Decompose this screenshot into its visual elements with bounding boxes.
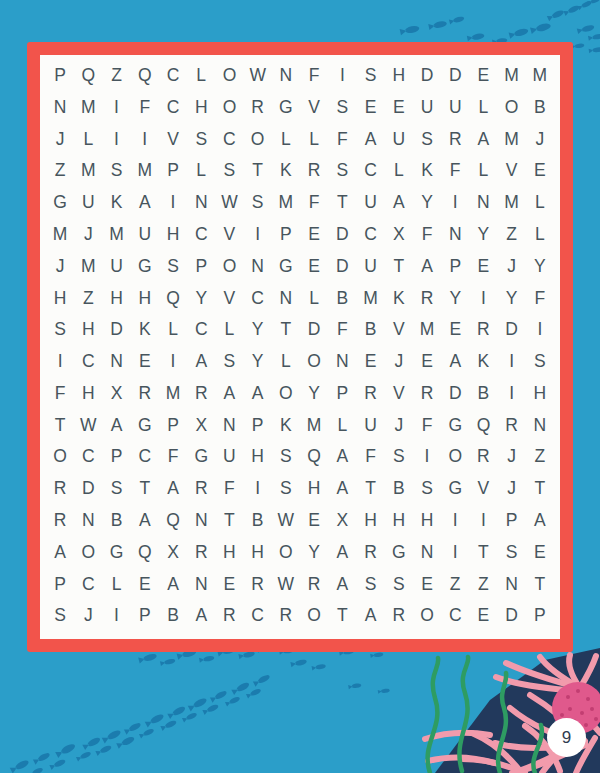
grid-cell[interactable]: E [526, 537, 554, 569]
grid-cell[interactable]: L [300, 124, 328, 156]
grid-cell[interactable]: N [272, 60, 300, 92]
grid-cell[interactable]: A [215, 378, 243, 410]
grid-cell[interactable]: F [46, 378, 74, 410]
grid-cell[interactable]: M [498, 187, 526, 219]
grid-cell[interactable]: F [215, 473, 243, 505]
grid-cell[interactable]: N [74, 505, 102, 537]
grid-cell[interactable]: D [441, 378, 469, 410]
grid-cell[interactable]: Q [159, 505, 187, 537]
grid-cell[interactable]: B [328, 282, 356, 314]
grid-cell[interactable]: E [131, 568, 159, 600]
grid-cell[interactable]: N [498, 568, 526, 600]
grid-cell[interactable]: L [215, 314, 243, 346]
grid-cell[interactable]: A [469, 124, 497, 156]
grid-cell[interactable]: G [131, 410, 159, 442]
grid-cell[interactable]: N [187, 568, 215, 600]
grid-cell[interactable]: Q [131, 537, 159, 569]
grid-cell[interactable]: D [328, 251, 356, 283]
grid-cell[interactable]: H [187, 92, 215, 124]
grid-cell[interactable]: P [102, 441, 130, 473]
grid-cell[interactable]: D [498, 314, 526, 346]
grid-cell[interactable]: Q [300, 441, 328, 473]
grid-cell[interactable]: R [244, 92, 272, 124]
grid-cell[interactable]: F [300, 60, 328, 92]
grid-cell[interactable]: P [498, 505, 526, 537]
grid-cell[interactable]: O [272, 537, 300, 569]
grid-cell[interactable]: E [356, 92, 384, 124]
grid-cell[interactable]: L [469, 92, 497, 124]
grid-cell[interactable]: J [498, 473, 526, 505]
grid-cell[interactable]: R [413, 378, 441, 410]
grid-cell[interactable]: V [498, 155, 526, 187]
grid-cell[interactable]: P [46, 568, 74, 600]
grid-cell[interactable]: Y [413, 187, 441, 219]
grid-cell[interactable]: E [300, 219, 328, 251]
grid-cell[interactable]: A [187, 600, 215, 632]
grid-cell[interactable]: T [46, 410, 74, 442]
grid-cell[interactable]: S [215, 346, 243, 378]
grid-cell[interactable]: D [413, 60, 441, 92]
grid-cell[interactable]: V [469, 473, 497, 505]
grid-cell[interactable]: P [187, 251, 215, 283]
grid-cell[interactable]: E [300, 251, 328, 283]
grid-cell[interactable]: M [159, 378, 187, 410]
grid-cell[interactable]: J [46, 251, 74, 283]
grid-cell[interactable]: T [469, 537, 497, 569]
grid-cell[interactable]: I [413, 441, 441, 473]
grid-cell[interactable]: I [244, 219, 272, 251]
grid-cell[interactable]: B [102, 505, 130, 537]
grid-cell[interactable]: S [498, 537, 526, 569]
grid-cell[interactable]: D [441, 60, 469, 92]
grid-cell[interactable]: T [385, 251, 413, 283]
grid-cell[interactable]: J [385, 410, 413, 442]
grid-cell[interactable]: L [526, 219, 554, 251]
grid-cell[interactable]: K [102, 187, 130, 219]
grid-cell[interactable]: Q [131, 60, 159, 92]
grid-cell[interactable]: R [215, 600, 243, 632]
grid-cell[interactable]: A [46, 537, 74, 569]
grid-cell[interactable]: Y [244, 346, 272, 378]
grid-cell[interactable]: X [385, 219, 413, 251]
grid-cell[interactable]: H [526, 378, 554, 410]
grid-cell[interactable]: R [244, 568, 272, 600]
grid-cell[interactable]: A [131, 187, 159, 219]
grid-cell[interactable]: P [46, 60, 74, 92]
grid-cell[interactable]: E [441, 314, 469, 346]
grid-cell[interactable]: H [413, 505, 441, 537]
grid-cell[interactable]: Y [300, 378, 328, 410]
grid-cell[interactable]: E [215, 568, 243, 600]
grid-cell[interactable]: O [244, 124, 272, 156]
grid-cell[interactable]: N [215, 410, 243, 442]
grid-cell[interactable]: H [244, 441, 272, 473]
grid-cell[interactable]: D [74, 473, 102, 505]
grid-cell[interactable]: P [131, 600, 159, 632]
grid-cell[interactable]: S [526, 346, 554, 378]
grid-cell[interactable]: S [272, 473, 300, 505]
grid-cell[interactable]: R [272, 600, 300, 632]
grid-cell[interactable]: H [74, 378, 102, 410]
grid-cell[interactable]: L [159, 314, 187, 346]
grid-cell[interactable]: O [215, 92, 243, 124]
grid-cell[interactable]: G [102, 537, 130, 569]
grid-cell[interactable]: T [526, 473, 554, 505]
grid-cell[interactable]: Y [526, 251, 554, 283]
grid-cell[interactable]: M [526, 60, 554, 92]
grid-cell[interactable]: S [272, 441, 300, 473]
grid-cell[interactable]: T [215, 505, 243, 537]
grid-cell[interactable]: L [328, 410, 356, 442]
grid-cell[interactable]: N [328, 346, 356, 378]
grid-cell[interactable]: G [187, 441, 215, 473]
grid-cell[interactable]: B [356, 314, 384, 346]
grid-cell[interactable]: C [215, 124, 243, 156]
grid-cell[interactable]: O [300, 346, 328, 378]
grid-cell[interactable]: Z [102, 60, 130, 92]
grid-cell[interactable]: Y [244, 314, 272, 346]
grid-cell[interactable]: H [102, 282, 130, 314]
grid-cell[interactable]: B [526, 92, 554, 124]
grid-cell[interactable]: F [159, 441, 187, 473]
grid-cell[interactable]: O [498, 92, 526, 124]
grid-cell[interactable]: M [74, 251, 102, 283]
grid-cell[interactable]: S [413, 124, 441, 156]
grid-cell[interactable]: X [187, 410, 215, 442]
grid-cell[interactable]: V [300, 92, 328, 124]
grid-cell[interactable]: A [131, 505, 159, 537]
grid-cell[interactable]: L [385, 155, 413, 187]
grid-cell[interactable]: D [300, 314, 328, 346]
grid-cell[interactable]: H [46, 282, 74, 314]
grid-cell[interactable]: S [356, 568, 384, 600]
grid-cell[interactable]: A [526, 505, 554, 537]
grid-cell[interactable]: H [131, 282, 159, 314]
grid-cell[interactable]: L [300, 282, 328, 314]
grid-cell[interactable]: B [469, 378, 497, 410]
grid-cell[interactable]: T [328, 187, 356, 219]
grid-cell[interactable]: I [46, 346, 74, 378]
grid-cell[interactable]: A [187, 346, 215, 378]
grid-cell[interactable]: F [328, 314, 356, 346]
grid-cell[interactable]: M [131, 155, 159, 187]
grid-cell[interactable]: H [300, 473, 328, 505]
grid-cell[interactable]: N [272, 282, 300, 314]
grid-cell[interactable]: O [441, 441, 469, 473]
grid-cell[interactable]: D [102, 314, 130, 346]
grid-cell[interactable]: Z [469, 568, 497, 600]
grid-cell[interactable]: T [244, 155, 272, 187]
grid-cell[interactable]: B [244, 505, 272, 537]
grid-cell[interactable]: C [159, 92, 187, 124]
grid-cell[interactable]: R [46, 505, 74, 537]
grid-cell[interactable]: O [215, 60, 243, 92]
grid-cell[interactable]: W [272, 568, 300, 600]
grid-cell[interactable]: N [187, 187, 215, 219]
grid-cell[interactable]: S [385, 568, 413, 600]
grid-cell[interactable]: I [102, 92, 130, 124]
grid-cell[interactable]: V [215, 219, 243, 251]
grid-cell[interactable]: C [356, 219, 384, 251]
grid-cell[interactable]: I [498, 378, 526, 410]
grid-cell[interactable]: M [46, 219, 74, 251]
grid-cell[interactable]: L [272, 346, 300, 378]
grid-cell[interactable]: T [328, 600, 356, 632]
grid-cell[interactable]: C [244, 600, 272, 632]
grid-cell[interactable]: A [441, 346, 469, 378]
grid-cell[interactable]: M [74, 155, 102, 187]
grid-cell[interactable]: F [328, 124, 356, 156]
grid-cell[interactable]: Q [74, 60, 102, 92]
grid-cell[interactable]: V [385, 314, 413, 346]
grid-cell[interactable]: G [441, 410, 469, 442]
grid-cell[interactable]: R [356, 537, 384, 569]
grid-cell[interactable]: C [187, 314, 215, 346]
grid-cell[interactable]: A [385, 187, 413, 219]
grid-cell[interactable]: C [74, 568, 102, 600]
grid-cell[interactable]: J [385, 346, 413, 378]
grid-cell[interactable]: S [102, 155, 130, 187]
grid-cell[interactable]: R [131, 378, 159, 410]
grid-cell[interactable]: I [469, 505, 497, 537]
grid-cell[interactable]: A [159, 473, 187, 505]
grid-cell[interactable]: L [74, 124, 102, 156]
grid-cell[interactable]: Y [300, 537, 328, 569]
grid-cell[interactable]: R [187, 378, 215, 410]
grid-cell[interactable]: K [272, 155, 300, 187]
grid-cell[interactable]: A [356, 600, 384, 632]
grid-cell[interactable]: Q [469, 410, 497, 442]
grid-cell[interactable]: Y [498, 282, 526, 314]
grid-cell[interactable]: S [215, 155, 243, 187]
grid-cell[interactable]: C [244, 282, 272, 314]
grid-cell[interactable]: E [413, 346, 441, 378]
grid-cell[interactable]: R [46, 473, 74, 505]
grid-cell[interactable]: X [159, 537, 187, 569]
grid-cell[interactable]: K [413, 155, 441, 187]
grid-cell[interactable]: P [272, 219, 300, 251]
grid-cell[interactable]: F [441, 155, 469, 187]
grid-cell[interactable]: C [356, 155, 384, 187]
grid-cell[interactable]: N [102, 346, 130, 378]
grid-cell[interactable]: B [385, 473, 413, 505]
grid-cell[interactable]: Z [526, 441, 554, 473]
grid-cell[interactable]: D [328, 219, 356, 251]
grid-cell[interactable]: Z [74, 282, 102, 314]
grid-cell[interactable]: K [385, 282, 413, 314]
grid-cell[interactable]: B [159, 600, 187, 632]
grid-cell[interactable]: A [328, 568, 356, 600]
grid-cell[interactable]: R [356, 378, 384, 410]
grid-cell[interactable]: T [272, 314, 300, 346]
grid-cell[interactable]: I [498, 346, 526, 378]
grid-cell[interactable]: R [413, 282, 441, 314]
grid-cell[interactable]: U [356, 187, 384, 219]
grid-cell[interactable]: R [187, 537, 215, 569]
grid-cell[interactable]: S [356, 60, 384, 92]
grid-cell[interactable]: E [131, 346, 159, 378]
grid-cell[interactable]: W [244, 60, 272, 92]
grid-cell[interactable]: P [244, 410, 272, 442]
grid-cell[interactable]: E [526, 155, 554, 187]
grid-cell[interactable]: M [356, 282, 384, 314]
grid-cell[interactable]: V [215, 282, 243, 314]
grid-cell[interactable]: S [46, 600, 74, 632]
grid-cell[interactable]: H [385, 60, 413, 92]
grid-cell[interactable]: S [413, 473, 441, 505]
grid-cell[interactable]: E [300, 505, 328, 537]
grid-cell[interactable]: M [272, 187, 300, 219]
grid-cell[interactable]: N [244, 251, 272, 283]
grid-cell[interactable]: E [413, 568, 441, 600]
grid-cell[interactable]: W [272, 505, 300, 537]
grid-cell[interactable]: M [498, 124, 526, 156]
grid-cell[interactable]: P [159, 155, 187, 187]
grid-cell[interactable]: H [159, 219, 187, 251]
grid-cell[interactable]: Z [498, 219, 526, 251]
grid-cell[interactable]: R [498, 410, 526, 442]
grid-cell[interactable]: I [102, 600, 130, 632]
grid-cell[interactable]: I [526, 314, 554, 346]
grid-cell[interactable]: R [469, 314, 497, 346]
grid-cell[interactable]: F [300, 187, 328, 219]
grid-cell[interactable]: J [498, 251, 526, 283]
grid-cell[interactable]: F [131, 92, 159, 124]
grid-cell[interactable]: F [356, 441, 384, 473]
grid-cell[interactable]: U [74, 187, 102, 219]
grid-cell[interactable]: N [413, 537, 441, 569]
grid-cell[interactable]: S [328, 92, 356, 124]
grid-cell[interactable]: U [356, 410, 384, 442]
grid-cell[interactable]: N [46, 92, 74, 124]
grid-cell[interactable]: G [46, 187, 74, 219]
grid-cell[interactable]: M [413, 314, 441, 346]
grid-cell[interactable]: I [159, 187, 187, 219]
grid-cell[interactable]: S [244, 187, 272, 219]
grid-cell[interactable]: C [74, 441, 102, 473]
grid-cell[interactable]: I [102, 124, 130, 156]
grid-cell[interactable]: I [441, 187, 469, 219]
grid-cell[interactable]: G [272, 92, 300, 124]
grid-cell[interactable]: Z [441, 568, 469, 600]
grid-cell[interactable]: L [187, 155, 215, 187]
grid-cell[interactable]: H [215, 537, 243, 569]
grid-cell[interactable]: R [300, 155, 328, 187]
grid-cell[interactable]: U [215, 441, 243, 473]
grid-cell[interactable]: L [526, 187, 554, 219]
grid-cell[interactable]: H [74, 314, 102, 346]
grid-cell[interactable]: J [74, 600, 102, 632]
grid-cell[interactable]: G [131, 251, 159, 283]
grid-cell[interactable]: M [300, 410, 328, 442]
grid-cell[interactable]: Y [187, 282, 215, 314]
grid-cell[interactable]: L [102, 568, 130, 600]
grid-cell[interactable]: Y [441, 282, 469, 314]
grid-cell[interactable]: O [272, 378, 300, 410]
grid-cell[interactable]: K [272, 410, 300, 442]
grid-cell[interactable]: R [469, 441, 497, 473]
grid-cell[interactable]: A [328, 441, 356, 473]
grid-cell[interactable]: R [187, 473, 215, 505]
grid-cell[interactable]: L [187, 60, 215, 92]
grid-cell[interactable]: H [385, 505, 413, 537]
grid-cell[interactable]: N [526, 410, 554, 442]
grid-cell[interactable]: V [159, 124, 187, 156]
grid-cell[interactable]: M [498, 60, 526, 92]
grid-cell[interactable]: F [413, 219, 441, 251]
grid-cell[interactable]: K [469, 346, 497, 378]
grid-cell[interactable]: N [187, 505, 215, 537]
grid-cell[interactable]: C [131, 441, 159, 473]
grid-cell[interactable]: S [46, 314, 74, 346]
grid-cell[interactable]: G [441, 473, 469, 505]
grid-cell[interactable]: S [159, 251, 187, 283]
grid-cell[interactable]: E [469, 251, 497, 283]
grid-cell[interactable]: U [441, 92, 469, 124]
grid-cell[interactable]: R [300, 568, 328, 600]
grid-cell[interactable]: F [413, 410, 441, 442]
grid-cell[interactable]: J [498, 441, 526, 473]
grid-cell[interactable]: S [187, 124, 215, 156]
grid-cell[interactable]: I [441, 537, 469, 569]
grid-cell[interactable]: U [413, 92, 441, 124]
grid-cell[interactable]: I [244, 473, 272, 505]
grid-cell[interactable]: F [526, 282, 554, 314]
grid-cell[interactable]: A [413, 251, 441, 283]
grid-cell[interactable]: U [102, 251, 130, 283]
grid-cell[interactable]: L [272, 124, 300, 156]
grid-cell[interactable]: E [356, 346, 384, 378]
grid-cell[interactable]: I [159, 346, 187, 378]
grid-cell[interactable]: S [102, 473, 130, 505]
grid-cell[interactable]: G [272, 251, 300, 283]
grid-cell[interactable]: I [441, 505, 469, 537]
grid-cell[interactable]: G [385, 537, 413, 569]
grid-cell[interactable]: P [441, 251, 469, 283]
grid-cell[interactable]: A [159, 568, 187, 600]
grid-cell[interactable]: A [356, 124, 384, 156]
grid-cell[interactable]: O [46, 441, 74, 473]
grid-cell[interactable]: A [102, 410, 130, 442]
grid-cell[interactable]: H [356, 505, 384, 537]
grid-cell[interactable]: N [441, 219, 469, 251]
grid-cell[interactable]: M [74, 92, 102, 124]
grid-cell[interactable]: P [159, 410, 187, 442]
grid-cell[interactable]: X [102, 378, 130, 410]
grid-cell[interactable]: L [469, 155, 497, 187]
grid-cell[interactable]: N [469, 187, 497, 219]
grid-cell[interactable]: T [526, 568, 554, 600]
grid-cell[interactable]: A [244, 378, 272, 410]
grid-cell[interactable]: U [385, 124, 413, 156]
grid-cell[interactable]: T [356, 473, 384, 505]
grid-cell[interactable]: J [74, 219, 102, 251]
grid-cell[interactable]: R [441, 124, 469, 156]
grid-cell[interactable]: P [328, 378, 356, 410]
grid-cell[interactable]: C [159, 60, 187, 92]
grid-cell[interactable]: U [356, 251, 384, 283]
grid-cell[interactable]: T [131, 473, 159, 505]
grid-cell[interactable]: C [74, 346, 102, 378]
grid-cell[interactable]: Y [469, 219, 497, 251]
grid-cell[interactable]: O [215, 251, 243, 283]
grid-cell[interactable]: J [46, 124, 74, 156]
grid-cell[interactable]: C [187, 219, 215, 251]
grid-cell[interactable]: I [469, 282, 497, 314]
grid-cell[interactable]: V [385, 378, 413, 410]
grid-cell[interactable]: U [131, 219, 159, 251]
grid-cell[interactable]: O [300, 600, 328, 632]
